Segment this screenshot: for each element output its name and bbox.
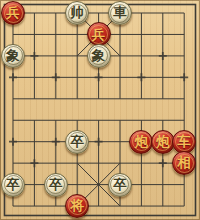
piece-black-soldier[interactable]: 卒 xyxy=(1,173,25,197)
piece-black-elephant[interactable]: 象 xyxy=(1,44,25,68)
xiangqi-app: 兵帅車兵象象卒炮炮车相卒卒卒将 xyxy=(0,0,200,220)
piece-black-soldier[interactable]: 卒 xyxy=(108,173,132,197)
piece-black-elephant[interactable]: 象 xyxy=(87,44,111,68)
piece-red-cannon[interactable]: 炮 xyxy=(151,130,175,154)
piece-red-soldier[interactable]: 兵 xyxy=(1,1,25,25)
piece-red-cannon[interactable]: 炮 xyxy=(129,130,153,154)
piece-red-chariot[interactable]: 车 xyxy=(172,130,196,154)
piece-red-elephant[interactable]: 相 xyxy=(172,151,196,175)
piece-red-soldier[interactable]: 兵 xyxy=(87,22,111,46)
xiangqi-board[interactable]: 兵帅車兵象象卒炮炮车相卒卒卒将 xyxy=(2,2,195,216)
piece-black-general[interactable]: 帅 xyxy=(65,1,89,25)
piece-black-chariot[interactable]: 車 xyxy=(108,1,132,25)
piece-red-general[interactable]: 将 xyxy=(65,194,89,218)
piece-black-soldier[interactable]: 卒 xyxy=(65,130,89,154)
piece-black-soldier[interactable]: 卒 xyxy=(44,173,68,197)
